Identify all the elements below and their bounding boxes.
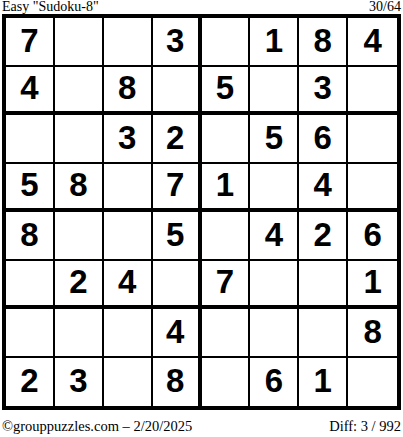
cell-r4c8-empty[interactable]	[348, 164, 397, 213]
cell-r3c5-empty[interactable]	[202, 115, 251, 164]
cell-r6c4-empty[interactable]	[153, 261, 202, 310]
cell-r8c6-given: 6	[250, 358, 299, 407]
cell-r6c7-empty[interactable]	[299, 261, 348, 310]
cell-r1c8-given: 4	[348, 18, 397, 67]
cell-r8c1-given: 2	[6, 358, 55, 407]
cell-r1c7-given: 8	[299, 18, 348, 67]
cell-r7c1-empty[interactable]	[6, 309, 55, 358]
copyright-credit: ©grouppuzzles.com – 2/20/2025	[2, 419, 192, 434]
cell-r4c6-empty[interactable]	[250, 164, 299, 213]
cell-r5c6-given: 4	[250, 212, 299, 261]
cell-r1c5-empty[interactable]	[202, 18, 251, 67]
cell-r7c6-empty[interactable]	[250, 309, 299, 358]
cell-r2c4-empty[interactable]	[153, 67, 202, 116]
cell-r6c2-given: 2	[55, 261, 104, 310]
cell-r6c6-empty[interactable]	[250, 261, 299, 310]
cell-r7c3-empty[interactable]	[104, 309, 153, 358]
cell-r1c4-given: 3	[153, 18, 202, 67]
cell-r2c8-empty[interactable]	[348, 67, 397, 116]
cell-r7c5-empty[interactable]	[202, 309, 251, 358]
cell-r8c2-given: 3	[55, 358, 104, 407]
cell-r5c8-given: 6	[348, 212, 397, 261]
cell-r8c7-given: 1	[299, 358, 348, 407]
puzzle-counter: 30/64	[369, 0, 401, 13]
cell-r3c6-given: 5	[250, 115, 299, 164]
cell-r3c2-empty[interactable]	[55, 115, 104, 164]
cell-r5c2-empty[interactable]	[55, 212, 104, 261]
cell-r2c7-given: 3	[299, 67, 348, 116]
header: Easy "Sudoku-8" 30/64	[2, 0, 401, 13]
cell-r4c3-empty[interactable]	[104, 164, 153, 213]
cell-r2c1-given: 4	[6, 67, 55, 116]
cell-r5c7-given: 2	[299, 212, 348, 261]
cell-r3c3-given: 3	[104, 115, 153, 164]
cell-r6c1-empty[interactable]	[6, 261, 55, 310]
cell-r4c1-given: 5	[6, 164, 55, 213]
cell-r4c2-given: 8	[55, 164, 104, 213]
cell-r6c5-given: 7	[202, 261, 251, 310]
cell-r6c8-given: 1	[348, 261, 397, 310]
cell-r2c3-given: 8	[104, 67, 153, 116]
cell-r8c3-empty[interactable]	[104, 358, 153, 407]
cell-r5c1-given: 8	[6, 212, 55, 261]
cell-r1c3-empty[interactable]	[104, 18, 153, 67]
cell-r4c7-given: 4	[299, 164, 348, 213]
cell-r6c3-given: 4	[104, 261, 153, 310]
cell-r3c1-empty[interactable]	[6, 115, 55, 164]
cell-r2c5-given: 5	[202, 67, 251, 116]
cell-r3c8-empty[interactable]	[348, 115, 397, 164]
cell-r1c2-empty[interactable]	[55, 18, 104, 67]
footer: ©grouppuzzles.com – 2/20/2025 Diff: 3 / …	[2, 419, 401, 434]
cell-r5c3-empty[interactable]	[104, 212, 153, 261]
cell-r5c5-empty[interactable]	[202, 212, 251, 261]
cell-r3c7-given: 6	[299, 115, 348, 164]
cell-r8c4-given: 8	[153, 358, 202, 407]
cell-r2c6-empty[interactable]	[250, 67, 299, 116]
cell-r7c4-given: 4	[153, 309, 202, 358]
cell-r1c6-given: 1	[250, 18, 299, 67]
cell-r7c7-empty[interactable]	[299, 309, 348, 358]
cell-r8c5-empty[interactable]	[202, 358, 251, 407]
cell-r7c8-given: 8	[348, 309, 397, 358]
cell-r3c4-given: 2	[153, 115, 202, 164]
cell-r2c2-empty[interactable]	[55, 67, 104, 116]
difficulty-label: Diff: 3 / 992	[329, 419, 401, 434]
puzzle-title: Easy "Sudoku-8"	[2, 0, 99, 13]
cell-r4c5-given: 1	[202, 164, 251, 213]
cell-r1c1-given: 7	[6, 18, 55, 67]
cell-r4c4-given: 7	[153, 164, 202, 213]
cell-r8c8-empty[interactable]	[348, 358, 397, 407]
cell-r5c4-given: 5	[153, 212, 202, 261]
sudoku-board: 7318448533256587148542624714823861	[2, 14, 401, 410]
cell-r7c2-empty[interactable]	[55, 309, 104, 358]
